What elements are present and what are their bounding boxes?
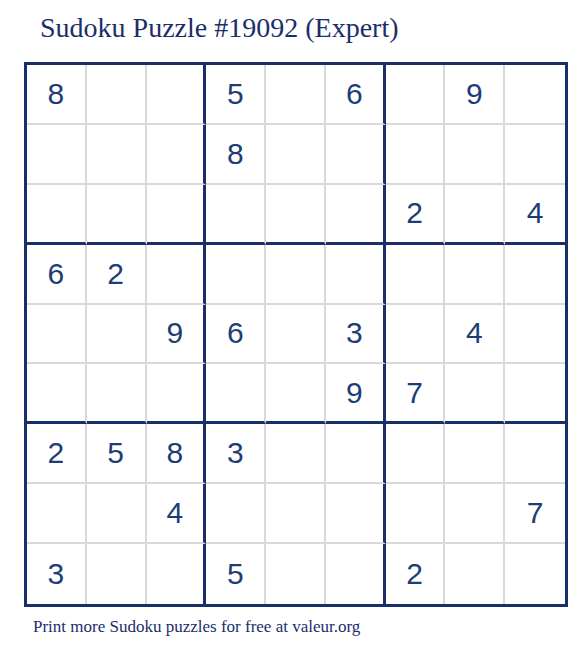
cell-r2c4[interactable]: 8	[206, 125, 266, 185]
cell-r7c4[interactable]: 3	[206, 424, 266, 484]
cell-r7c2[interactable]: 5	[87, 424, 147, 484]
cell-r5c6[interactable]: 3	[326, 305, 386, 365]
cell-r9c4[interactable]: 5	[206, 544, 266, 604]
cell-r8c9[interactable]: 7	[505, 484, 565, 544]
cell-r9c2[interactable]	[87, 544, 147, 604]
cell-r3c2[interactable]	[87, 185, 147, 245]
cell-r2c6[interactable]	[326, 125, 386, 185]
cell-r5c8[interactable]: 4	[445, 305, 505, 365]
cell-r3c5[interactable]	[266, 185, 326, 245]
footer-text: Print more Sudoku puzzles for free at va…	[33, 617, 360, 637]
cell-r6c6[interactable]: 9	[326, 364, 386, 424]
cell-r1c5[interactable]	[266, 65, 326, 125]
cell-r6c7[interactable]: 7	[386, 364, 446, 424]
cell-r9c8[interactable]	[445, 544, 505, 604]
cell-r8c7[interactable]	[386, 484, 446, 544]
cell-r3c4[interactable]	[206, 185, 266, 245]
cell-r3c8[interactable]	[445, 185, 505, 245]
cell-r3c3[interactable]	[147, 185, 207, 245]
cell-r6c4[interactable]	[206, 364, 266, 424]
cell-r5c1[interactable]	[27, 305, 87, 365]
cell-r9c9[interactable]	[505, 544, 565, 604]
cell-r1c7[interactable]	[386, 65, 446, 125]
cell-r7c9[interactable]	[505, 424, 565, 484]
cell-r5c2[interactable]	[87, 305, 147, 365]
cell-r6c2[interactable]	[87, 364, 147, 424]
cell-r1c1[interactable]: 8	[27, 65, 87, 125]
cell-r4c6[interactable]	[326, 245, 386, 305]
cell-r2c1[interactable]	[27, 125, 87, 185]
cell-r8c6[interactable]	[326, 484, 386, 544]
cell-r9c1[interactable]: 3	[27, 544, 87, 604]
cell-r2c7[interactable]	[386, 125, 446, 185]
cell-r7c7[interactable]	[386, 424, 446, 484]
cell-r3c7[interactable]: 2	[386, 185, 446, 245]
cell-r8c8[interactable]	[445, 484, 505, 544]
cell-r8c2[interactable]	[87, 484, 147, 544]
cell-r7c5[interactable]	[266, 424, 326, 484]
cell-r2c5[interactable]	[266, 125, 326, 185]
cell-r6c5[interactable]	[266, 364, 326, 424]
page-title: Sudoku Puzzle #19092 (Expert)	[40, 12, 399, 44]
sudoku-board: 856982462963497258347352	[24, 62, 568, 607]
cell-r1c3[interactable]	[147, 65, 207, 125]
cell-r8c3[interactable]: 4	[147, 484, 207, 544]
cell-r2c9[interactable]	[505, 125, 565, 185]
cell-r7c1[interactable]: 2	[27, 424, 87, 484]
cell-r4c8[interactable]	[445, 245, 505, 305]
cell-r5c7[interactable]	[386, 305, 446, 365]
cell-r4c2[interactable]: 2	[87, 245, 147, 305]
cell-r4c7[interactable]	[386, 245, 446, 305]
cell-r9c6[interactable]	[326, 544, 386, 604]
cell-r4c1[interactable]: 6	[27, 245, 87, 305]
cell-r5c9[interactable]	[505, 305, 565, 365]
cell-r1c6[interactable]: 6	[326, 65, 386, 125]
cell-r1c2[interactable]	[87, 65, 147, 125]
cell-r4c4[interactable]	[206, 245, 266, 305]
cell-r6c3[interactable]	[147, 364, 207, 424]
cell-r3c6[interactable]	[326, 185, 386, 245]
cell-r9c5[interactable]	[266, 544, 326, 604]
cell-r5c4[interactable]: 6	[206, 305, 266, 365]
cell-r7c6[interactable]	[326, 424, 386, 484]
cell-r2c2[interactable]	[87, 125, 147, 185]
cell-r9c3[interactable]	[147, 544, 207, 604]
cell-r6c9[interactable]	[505, 364, 565, 424]
cell-r6c8[interactable]	[445, 364, 505, 424]
cell-r1c8[interactable]: 9	[445, 65, 505, 125]
cell-r5c3[interactable]: 9	[147, 305, 207, 365]
cell-r4c5[interactable]	[266, 245, 326, 305]
cell-r3c1[interactable]	[27, 185, 87, 245]
cell-r8c1[interactable]	[27, 484, 87, 544]
cell-r8c5[interactable]	[266, 484, 326, 544]
cell-r9c7[interactable]: 2	[386, 544, 446, 604]
cell-r5c5[interactable]	[266, 305, 326, 365]
cell-r2c3[interactable]	[147, 125, 207, 185]
cell-r3c9[interactable]: 4	[505, 185, 565, 245]
cell-r2c8[interactable]	[445, 125, 505, 185]
cell-r7c3[interactable]: 8	[147, 424, 207, 484]
cell-r1c9[interactable]	[505, 65, 565, 125]
cell-r4c3[interactable]	[147, 245, 207, 305]
cell-r8c4[interactable]	[206, 484, 266, 544]
cell-r4c9[interactable]	[505, 245, 565, 305]
cell-r7c8[interactable]	[445, 424, 505, 484]
cell-r6c1[interactable]	[27, 364, 87, 424]
cell-r1c4[interactable]: 5	[206, 65, 266, 125]
